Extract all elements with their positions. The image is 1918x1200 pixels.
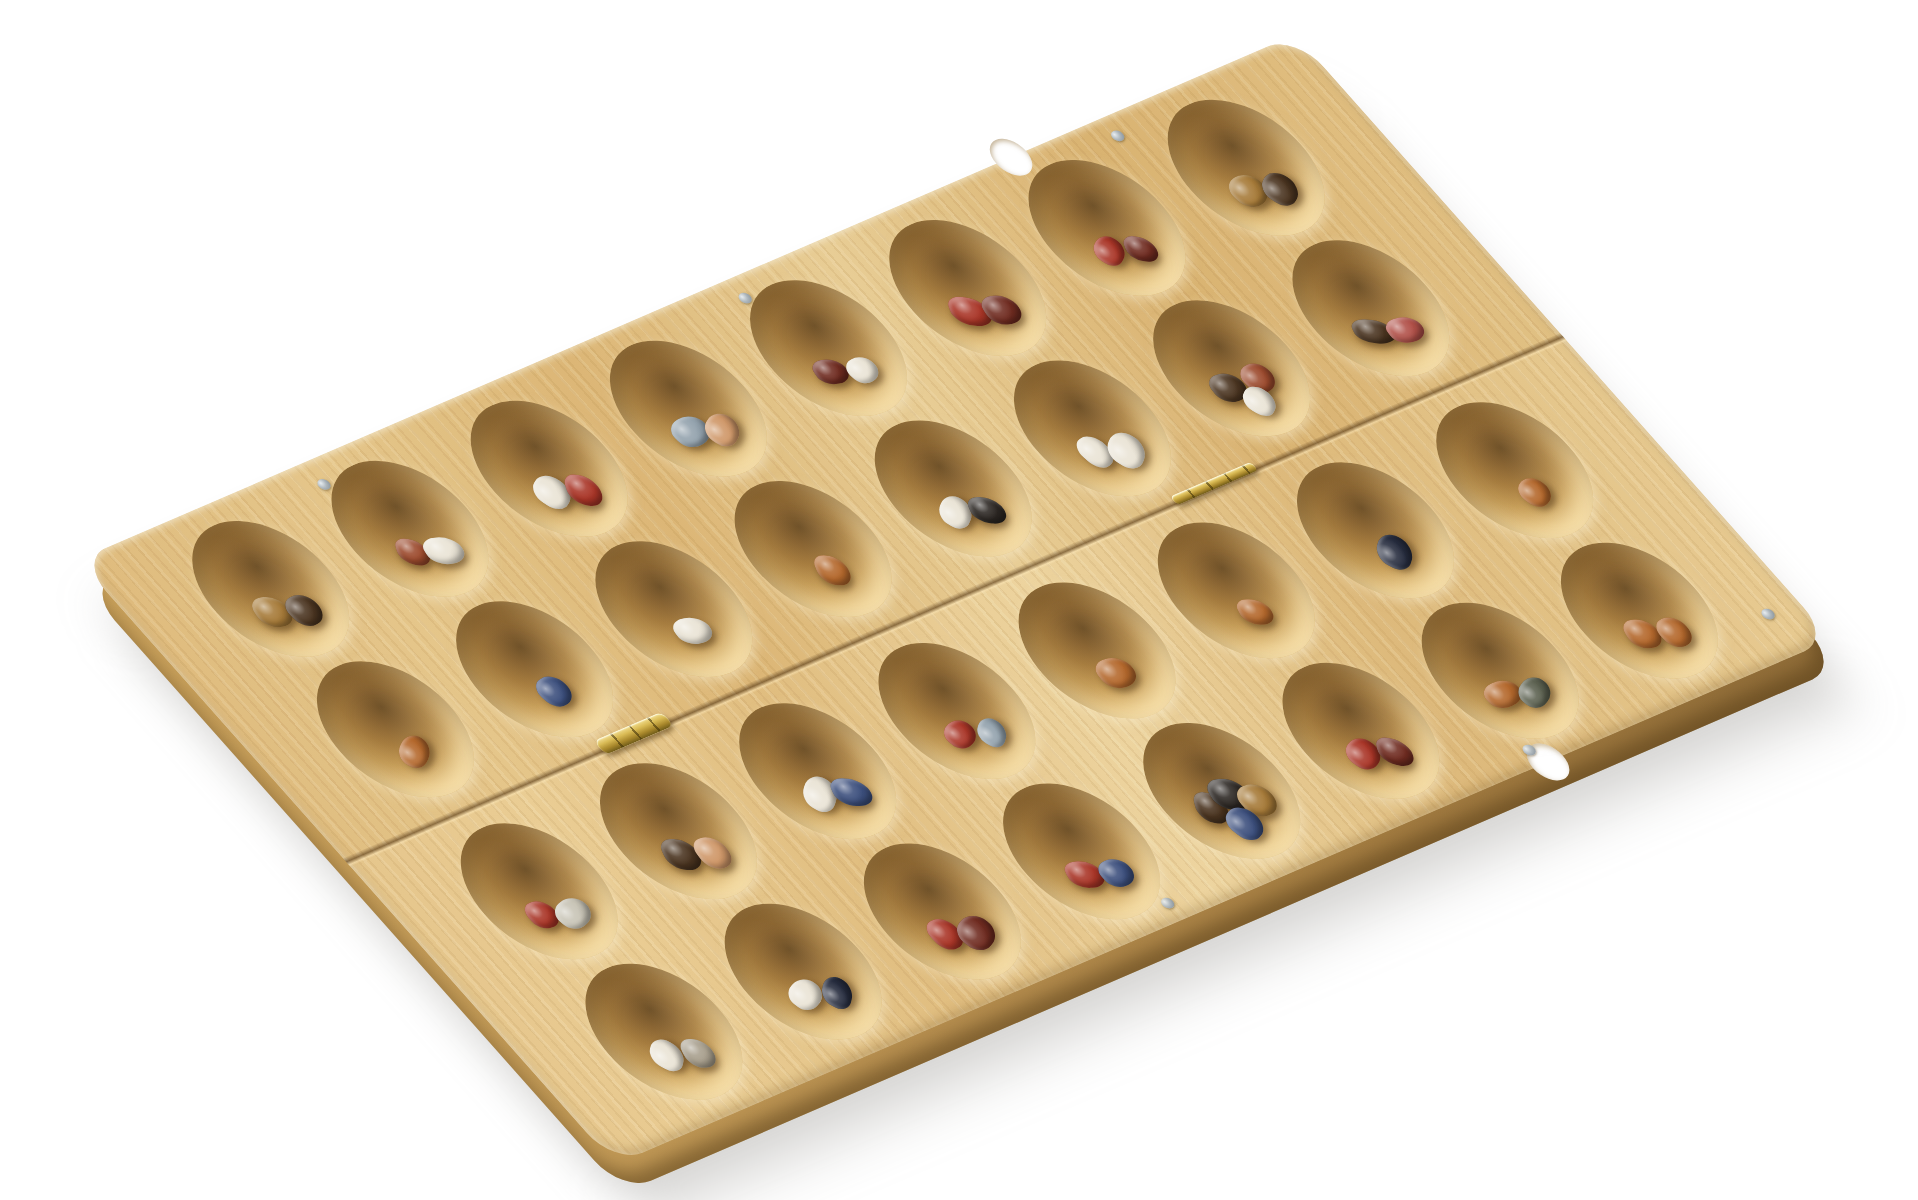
stone-jasper_red: [938, 714, 981, 753]
stone-tigereye_dark: [1258, 166, 1304, 212]
stone-jasper_red: [1090, 230, 1130, 271]
mancala-board: [78, 35, 1832, 1165]
stone-howlite_white: [667, 614, 719, 647]
fold-notch-far-edge: [981, 134, 1041, 181]
edge-screw-dot: [315, 477, 334, 491]
stone-carnelian_amber: [394, 729, 434, 773]
stone-tigereye_green: [1513, 671, 1556, 713]
hinge-pin: [1170, 462, 1259, 506]
stone-howlite_white: [840, 352, 884, 387]
stone-sodalite_dark: [1374, 528, 1416, 575]
stone-jasper_maroon: [951, 909, 1002, 957]
stone-howlite_white: [783, 973, 828, 1015]
edge-screw-dot: [1158, 896, 1177, 910]
stone-sodalite_dark: [819, 971, 855, 1014]
stone-agate_bluegray: [974, 712, 1009, 751]
stone-howlite_white: [646, 1033, 685, 1076]
stone-sodalite_blue: [529, 670, 578, 711]
stone-carnelian_amber: [1512, 472, 1556, 512]
stone-jasper_maroon: [1120, 234, 1162, 263]
stone-carnelian_amber: [1088, 653, 1143, 692]
edge-screw-dot: [1108, 129, 1127, 143]
stone-carnelian_amber: [1232, 599, 1278, 624]
stone-howlite_gray: [548, 891, 597, 934]
photo-background: [0, 0, 1918, 1200]
stone-carnelian_amber: [810, 554, 856, 586]
stone-howlite_white: [1103, 425, 1150, 474]
stone-jasper_maroon: [1373, 735, 1416, 770]
stone-carnelian_peach: [700, 407, 745, 452]
edge-screw-dot: [1759, 607, 1778, 621]
